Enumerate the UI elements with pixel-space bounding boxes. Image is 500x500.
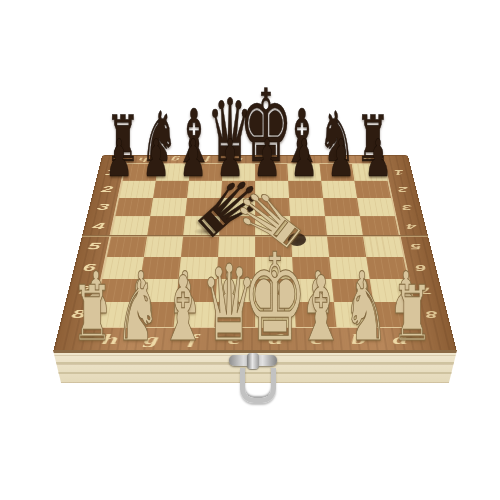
clasp-hoop: [240, 368, 276, 403]
left-rank-label: 2: [91, 181, 122, 198]
square-f3: [185, 198, 221, 216]
square-g4: [147, 216, 185, 236]
square-b7: [331, 279, 373, 302]
square-h4: [111, 216, 150, 236]
left-rank-label: 6: [71, 257, 106, 279]
top-file-label: b: [319, 155, 352, 164]
square-b3: [323, 198, 360, 216]
square-e1: [222, 164, 255, 181]
square-d2: [255, 181, 289, 198]
top-file-label: e: [223, 155, 255, 164]
board-surface: hgfedcba1122334455667788hgfedcba: [53, 155, 457, 352]
square-b1: [319, 164, 354, 181]
left-rank-label: 8: [59, 302, 97, 327]
bottom-file-label: a: [377, 327, 423, 352]
bottom-file-label: d: [255, 327, 297, 352]
board-corner: [100, 155, 128, 164]
square-g1: [156, 164, 191, 181]
right-rank-label: 4: [395, 216, 428, 236]
square-a1: [352, 164, 388, 181]
square-a3: [357, 198, 395, 216]
square-d5: [255, 236, 292, 257]
bottom-file-label: f: [171, 327, 214, 352]
square-g7: [137, 279, 179, 302]
square-h5: [107, 236, 147, 257]
square-c7: [293, 279, 334, 302]
square-b4: [325, 216, 363, 236]
square-e4: [219, 216, 255, 236]
square-h3: [115, 198, 153, 216]
bottom-file-label: h: [87, 327, 133, 352]
fallen-piece-felt-base: [288, 233, 306, 246]
square-h8: [92, 302, 137, 327]
square-c2: [288, 181, 323, 198]
square-a5: [363, 236, 403, 257]
square-d7: [255, 279, 294, 302]
chess-board: hgfedcba1122334455667788hgfedcba: [53, 150, 457, 352]
board-corner: [418, 327, 457, 352]
square-c6: [292, 257, 331, 279]
square-a4: [360, 216, 399, 236]
square-a7: [370, 279, 413, 302]
square-g5: [144, 236, 183, 257]
left-rank-label: 4: [82, 216, 115, 236]
bottom-file-label: c: [296, 327, 339, 352]
top-file-label: c: [287, 155, 320, 164]
board-corner: [53, 327, 92, 352]
square-g2: [153, 181, 189, 198]
square-f2: [187, 181, 222, 198]
square-a2: [354, 181, 391, 198]
square-b2: [321, 181, 357, 198]
top-file-label: h: [126, 155, 160, 164]
square-h2: [119, 181, 156, 198]
square-f4: [183, 216, 220, 236]
square-f1: [189, 164, 223, 181]
square-b8: [334, 302, 377, 327]
clasp-knob: [247, 353, 259, 369]
square-e7: [216, 279, 255, 302]
top-file-label: f: [191, 155, 224, 164]
left-rank-label: 3: [87, 198, 119, 216]
right-rank-label: 3: [391, 198, 423, 216]
square-a6: [366, 257, 408, 279]
square-b5: [327, 236, 366, 257]
square-h1: [123, 164, 159, 181]
left-rank-label: 7: [66, 279, 103, 302]
top-file-label: d: [255, 155, 287, 164]
product-photo-scene: hgfedcba1122334455667788hgfedcba ♜♞♝♛♚♝♞…: [0, 0, 500, 500]
right-rank-label: 6: [403, 257, 438, 279]
square-g6: [140, 257, 180, 279]
bottom-file-label: e: [213, 327, 255, 352]
square-e8: [214, 302, 255, 327]
square-f8: [174, 302, 216, 327]
square-a8: [373, 302, 418, 327]
square-h7: [97, 279, 140, 302]
left-rank-label: 1: [96, 164, 126, 181]
square-f6: [179, 257, 218, 279]
square-d4: [255, 216, 291, 236]
square-e2: [221, 181, 255, 198]
square-c3: [289, 198, 325, 216]
top-file-label: g: [158, 155, 191, 164]
square-e3: [220, 198, 255, 216]
square-h6: [102, 257, 144, 279]
bottom-file-label: g: [129, 327, 174, 352]
right-rank-label: 7: [408, 279, 445, 302]
square-c8: [294, 302, 336, 327]
square-e5: [218, 236, 255, 257]
square-f7: [176, 279, 217, 302]
square-d8: [255, 302, 296, 327]
right-rank-label: 8: [413, 302, 451, 327]
square-d6: [255, 257, 293, 279]
left-rank-label: 5: [77, 236, 111, 257]
square-b6: [329, 257, 369, 279]
square-d3: [255, 198, 290, 216]
right-rank-label: 5: [399, 236, 433, 257]
right-rank-label: 1: [384, 164, 414, 181]
square-g8: [133, 302, 176, 327]
bottom-file-label: b: [336, 327, 381, 352]
square-f5: [181, 236, 219, 257]
square-g3: [150, 198, 187, 216]
right-rank-label: 2: [387, 181, 418, 198]
top-file-label: a: [350, 155, 384, 164]
square-d1: [255, 164, 288, 181]
board-corner: [382, 155, 410, 164]
square-c1: [287, 164, 321, 181]
square-e6: [217, 257, 255, 279]
